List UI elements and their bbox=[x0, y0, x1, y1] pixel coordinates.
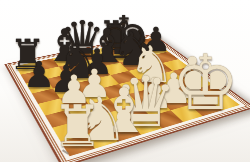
piece-white-rook-a1[interactable]: ♜ bbox=[43, 98, 112, 155]
pieces-layer: ♜♟♟♛♚♝♝♞♜♟♞♞♟♟♟♝♟♟♟♚♛♝♞♜ bbox=[0, 0, 250, 162]
chess-set-photo: ♜♟♟♛♚♝♝♞♜♟♞♞♟♟♟♝♟♟♟♚♛♝♞♜ bbox=[0, 0, 250, 162]
